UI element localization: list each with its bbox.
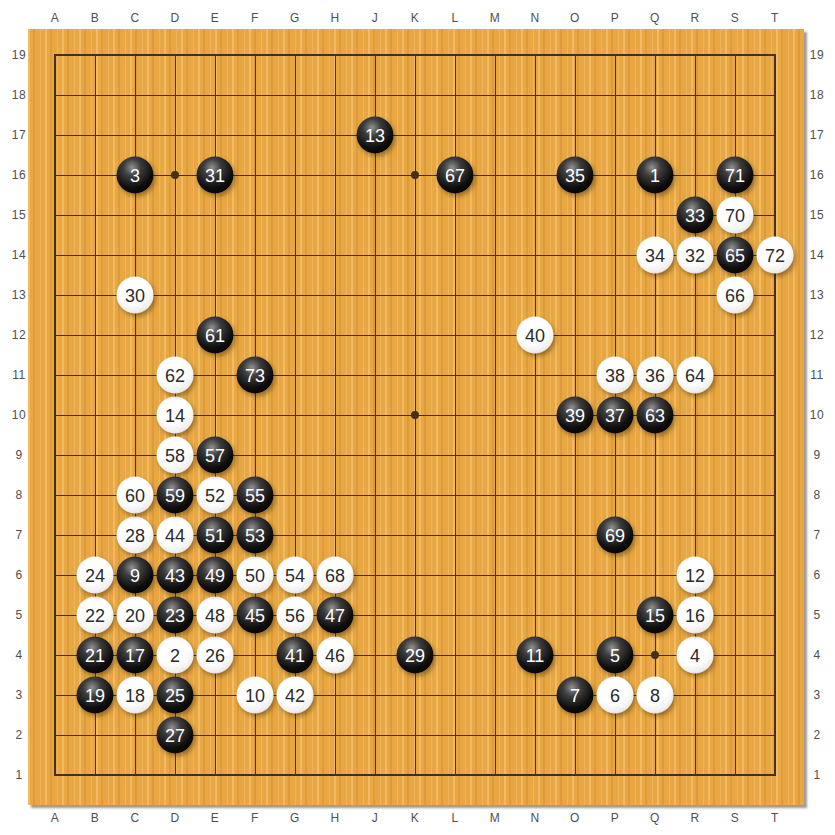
- coord-label-right-3: 3: [813, 688, 820, 702]
- stone-white-r14: 32: [677, 237, 714, 274]
- stone-black-b3: 19: [77, 677, 114, 714]
- coord-label-right-18: 18: [810, 88, 824, 102]
- stone-white-e8: 52: [197, 477, 234, 514]
- move-number: 67: [445, 166, 465, 184]
- move-number: 5: [610, 646, 620, 664]
- coord-label-top-A: A: [51, 11, 60, 25]
- coord-label-bottom-C: C: [130, 811, 139, 825]
- coord-label-right-1: 1: [813, 768, 820, 782]
- move-number: 20: [125, 606, 145, 624]
- move-number: 46: [325, 646, 345, 664]
- stone-white-c8: 60: [117, 477, 154, 514]
- star-point: [411, 171, 419, 179]
- move-number: 44: [165, 526, 185, 544]
- coord-label-bottom-A: A: [51, 811, 60, 825]
- stone-black-c4: 17: [117, 637, 154, 674]
- stone-black-k4: 29: [397, 637, 434, 674]
- stone-black-e12: 61: [197, 317, 234, 354]
- move-number: 1: [650, 166, 660, 184]
- stone-white-r11: 64: [677, 357, 714, 394]
- coord-label-bottom-H: H: [330, 811, 339, 825]
- stone-black-f11: 73: [237, 357, 274, 394]
- move-number: 16: [685, 606, 705, 624]
- move-number: 48: [205, 606, 225, 624]
- move-number: 73: [245, 366, 265, 384]
- coord-label-left-11: 11: [12, 368, 25, 382]
- coord-label-bottom-O: O: [570, 811, 580, 825]
- stone-white-g6: 54: [277, 557, 314, 594]
- move-number: 24: [85, 566, 105, 584]
- coord-label-top-K: K: [411, 11, 420, 25]
- stone-white-p11: 38: [597, 357, 634, 394]
- move-number: 32: [685, 246, 705, 264]
- coord-label-right-19: 19: [810, 48, 824, 62]
- move-number: 14: [165, 406, 185, 424]
- move-number: 59: [165, 486, 185, 504]
- stone-white-h4: 46: [317, 637, 354, 674]
- coord-label-bottom-F: F: [251, 811, 259, 825]
- move-number: 36: [645, 366, 665, 384]
- stone-white-r4: 4: [677, 637, 714, 674]
- coord-label-right-17: 17: [810, 128, 824, 142]
- coord-label-top-H: H: [330, 11, 339, 25]
- move-number: 35: [565, 166, 585, 184]
- stone-black-r15: 33: [677, 197, 714, 234]
- stone-black-d6: 43: [157, 557, 194, 594]
- move-number: 60: [125, 486, 145, 504]
- coord-label-bottom-D: D: [170, 811, 179, 825]
- stone-white-t14: 72: [757, 237, 794, 274]
- move-number: 43: [165, 566, 185, 584]
- move-number: 52: [205, 486, 225, 504]
- move-number: 9: [130, 566, 140, 584]
- coord-label-top-F: F: [251, 11, 259, 25]
- stone-white-c3: 18: [117, 677, 154, 714]
- stone-white-r6: 12: [677, 557, 714, 594]
- move-number: 3: [130, 166, 140, 184]
- stone-black-f5: 45: [237, 597, 274, 634]
- coord-label-bottom-R: R: [690, 811, 699, 825]
- coord-label-bottom-G: G: [290, 811, 300, 825]
- coord-label-bottom-E: E: [211, 811, 220, 825]
- move-number: 70: [725, 206, 745, 224]
- move-number: 54: [285, 566, 305, 584]
- coord-label-left-10: 10: [12, 408, 26, 422]
- coord-label-left-9: 9: [15, 448, 22, 462]
- move-number: 66: [725, 286, 745, 304]
- stone-black-b4: 21: [77, 637, 114, 674]
- stone-white-d11: 62: [157, 357, 194, 394]
- move-number: 47: [325, 606, 345, 624]
- coord-label-left-16: 16: [12, 168, 26, 182]
- stone-black-o16: 35: [557, 157, 594, 194]
- stone-white-q3: 8: [637, 677, 674, 714]
- move-number: 42: [285, 686, 305, 704]
- move-number: 72: [765, 246, 785, 264]
- coord-label-right-10: 10: [810, 408, 824, 422]
- coord-label-left-13: 13: [12, 288, 26, 302]
- move-number: 65: [725, 246, 745, 264]
- coord-label-left-7: 7: [15, 528, 22, 542]
- move-number: 45: [245, 606, 265, 624]
- stone-black-d3: 25: [157, 677, 194, 714]
- move-number: 55: [245, 486, 265, 504]
- stone-black-j17: 13: [357, 117, 394, 154]
- coord-label-right-16: 16: [810, 168, 824, 182]
- star-point: [411, 411, 419, 419]
- stone-white-f6: 50: [237, 557, 274, 594]
- move-number: 12: [685, 566, 705, 584]
- stone-black-f8: 55: [237, 477, 274, 514]
- coord-label-right-5: 5: [813, 608, 820, 622]
- coord-label-top-L: L: [451, 11, 458, 25]
- move-number: 49: [205, 566, 225, 584]
- stone-white-c13: 30: [117, 277, 154, 314]
- coord-label-left-6: 6: [15, 568, 22, 582]
- coord-label-left-8: 8: [15, 488, 22, 502]
- stone-black-q16: 1: [637, 157, 674, 194]
- move-number: 4: [690, 646, 700, 664]
- coord-label-right-14: 14: [810, 248, 824, 262]
- move-number: 11: [526, 646, 545, 664]
- coord-label-bottom-Q: Q: [650, 811, 660, 825]
- stone-white-g5: 56: [277, 597, 314, 634]
- coord-label-right-2: 2: [813, 728, 820, 742]
- coord-label-top-T: T: [771, 11, 779, 25]
- move-number: 8: [650, 686, 660, 704]
- stone-black-p4: 5: [597, 637, 634, 674]
- stone-white-b6: 24: [77, 557, 114, 594]
- coord-label-left-19: 19: [12, 48, 26, 62]
- stone-white-d9: 58: [157, 437, 194, 474]
- stone-black-c6: 9: [117, 557, 154, 594]
- stone-black-e9: 57: [197, 437, 234, 474]
- coord-label-top-C: C: [130, 11, 139, 25]
- move-number: 7: [570, 686, 580, 704]
- coord-label-bottom-T: T: [771, 811, 779, 825]
- move-number: 22: [85, 606, 105, 624]
- move-number: 68: [325, 566, 345, 584]
- stone-white-s15: 70: [717, 197, 754, 234]
- coord-label-right-8: 8: [813, 488, 820, 502]
- coord-label-left-12: 12: [12, 328, 26, 342]
- coord-label-left-17: 17: [12, 128, 26, 142]
- move-number: 37: [605, 406, 625, 424]
- coord-label-top-D: D: [170, 11, 179, 25]
- move-number: 57: [205, 446, 225, 464]
- stone-black-n4: 11: [517, 637, 554, 674]
- coord-label-top-M: M: [490, 11, 501, 25]
- coord-label-top-Q: Q: [650, 11, 660, 25]
- stone-white-f3: 10: [237, 677, 274, 714]
- move-number: 17: [125, 646, 145, 664]
- stone-black-d8: 59: [157, 477, 194, 514]
- coord-label-left-3: 3: [15, 688, 22, 702]
- stone-white-r5: 16: [677, 597, 714, 634]
- move-number: 27: [165, 726, 185, 744]
- move-number: 38: [605, 366, 625, 384]
- coord-label-bottom-S: S: [731, 811, 740, 825]
- stone-black-p10: 37: [597, 397, 634, 434]
- move-number: 26: [205, 646, 225, 664]
- stone-white-d7: 44: [157, 517, 194, 554]
- grid-line-vertical: [495, 54, 496, 776]
- stone-black-g4: 41: [277, 637, 314, 674]
- move-number: 13: [365, 126, 385, 144]
- coord-label-top-J: J: [372, 11, 379, 25]
- stone-black-s14: 65: [717, 237, 754, 274]
- move-number: 29: [405, 646, 425, 664]
- move-number: 2: [170, 646, 180, 664]
- stone-black-c16: 3: [117, 157, 154, 194]
- move-number: 33: [685, 206, 705, 224]
- stone-black-f7: 53: [237, 517, 274, 554]
- coord-label-top-E: E: [211, 11, 220, 25]
- stone-white-g3: 42: [277, 677, 314, 714]
- coord-label-top-B: B: [91, 11, 100, 25]
- coord-label-right-9: 9: [813, 448, 820, 462]
- stone-white-p3: 6: [597, 677, 634, 714]
- stone-white-q14: 34: [637, 237, 674, 274]
- coord-label-left-1: 1: [15, 768, 22, 782]
- coord-label-top-G: G: [290, 11, 300, 25]
- coord-label-right-12: 12: [810, 328, 824, 342]
- coord-label-left-2: 2: [15, 728, 22, 742]
- coord-label-left-4: 4: [15, 648, 22, 662]
- stone-white-n12: 40: [517, 317, 554, 354]
- coord-label-left-15: 15: [12, 208, 26, 222]
- move-number: 56: [285, 606, 305, 624]
- move-number: 25: [165, 686, 185, 704]
- stone-black-e16: 31: [197, 157, 234, 194]
- move-number: 15: [645, 606, 665, 624]
- stone-black-s16: 71: [717, 157, 754, 194]
- coord-label-bottom-B: B: [91, 811, 100, 825]
- move-number: 34: [645, 246, 665, 264]
- stone-black-d5: 23: [157, 597, 194, 634]
- stone-black-q10: 63: [637, 397, 674, 434]
- move-number: 10: [245, 686, 265, 704]
- coord-label-top-P: P: [611, 11, 620, 25]
- move-number: 30: [125, 286, 145, 304]
- coord-label-bottom-N: N: [530, 811, 539, 825]
- coord-label-right-6: 6: [813, 568, 820, 582]
- stone-black-h5: 47: [317, 597, 354, 634]
- move-number: 50: [245, 566, 265, 584]
- move-number: 41: [285, 646, 305, 664]
- coord-label-left-5: 5: [15, 608, 22, 622]
- coord-label-top-S: S: [731, 11, 740, 25]
- stone-black-p7: 69: [597, 517, 634, 554]
- stone-black-e7: 51: [197, 517, 234, 554]
- stone-white-s13: 66: [717, 277, 754, 314]
- coord-label-bottom-M: M: [490, 811, 501, 825]
- coord-label-bottom-P: P: [611, 811, 620, 825]
- stone-black-l16: 67: [437, 157, 474, 194]
- stone-white-q11: 36: [637, 357, 674, 394]
- move-number: 61: [205, 326, 225, 344]
- stone-white-c7: 28: [117, 517, 154, 554]
- move-number: 18: [125, 686, 145, 704]
- coord-label-top-O: O: [570, 11, 580, 25]
- coord-label-bottom-L: L: [451, 811, 458, 825]
- move-number: 63: [645, 406, 665, 424]
- coord-label-bottom-K: K: [411, 811, 420, 825]
- stone-white-c5: 20: [117, 597, 154, 634]
- coord-label-right-4: 4: [813, 648, 820, 662]
- move-number: 28: [125, 526, 145, 544]
- coord-label-top-R: R: [690, 11, 699, 25]
- coord-label-left-18: 18: [12, 88, 26, 102]
- move-number: 6: [610, 686, 620, 704]
- move-number: 23: [165, 606, 185, 624]
- coord-label-top-N: N: [530, 11, 539, 25]
- move-number: 19: [85, 686, 105, 704]
- stone-white-d4: 2: [157, 637, 194, 674]
- move-number: 40: [525, 326, 545, 344]
- coord-label-right-7: 7: [813, 528, 820, 542]
- move-number: 51: [205, 526, 225, 544]
- stone-white-e5: 48: [197, 597, 234, 634]
- stone-black-o3: 7: [557, 677, 594, 714]
- move-number: 53: [245, 526, 265, 544]
- move-number: 62: [165, 366, 185, 384]
- move-number: 69: [605, 526, 625, 544]
- move-number: 31: [205, 166, 225, 184]
- move-number: 21: [85, 646, 105, 664]
- coord-label-right-11: 11: [810, 368, 823, 382]
- stone-black-e6: 49: [197, 557, 234, 594]
- move-number: 39: [565, 406, 585, 424]
- grid-line-vertical: [774, 54, 776, 776]
- coord-label-bottom-J: J: [372, 811, 379, 825]
- stone-white-d10: 14: [157, 397, 194, 434]
- stone-black-o10: 39: [557, 397, 594, 434]
- move-number: 58: [165, 446, 185, 464]
- coord-label-left-14: 14: [12, 248, 26, 262]
- go-board-diagram: AABBCCDDEEFFGGHHJJKKLLMMNNOOPPQQRRSSTT19…: [0, 0, 835, 835]
- stone-white-h6: 68: [317, 557, 354, 594]
- move-number: 71: [725, 166, 745, 184]
- coord-label-right-15: 15: [810, 208, 824, 222]
- stone-black-q5: 15: [637, 597, 674, 634]
- stone-black-d2: 27: [157, 717, 194, 754]
- star-point: [651, 651, 659, 659]
- star-point: [171, 171, 179, 179]
- stone-white-b5: 22: [77, 597, 114, 634]
- grid-line-horizontal: [54, 774, 776, 776]
- move-number: 64: [685, 366, 705, 384]
- coord-label-right-13: 13: [810, 288, 824, 302]
- stone-white-e4: 26: [197, 637, 234, 674]
